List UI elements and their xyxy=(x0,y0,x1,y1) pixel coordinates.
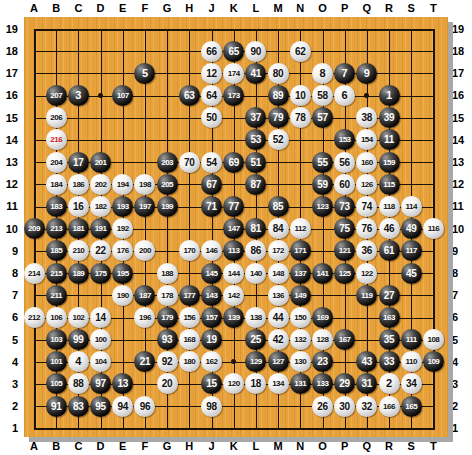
stone-M4: 127 xyxy=(268,351,289,372)
coord-label-F: F xyxy=(134,1,156,15)
stone-G3: 20 xyxy=(157,373,178,394)
stone-E3: 13 xyxy=(112,373,133,394)
stone-G13: 203 xyxy=(157,152,178,173)
stone-A6: 212 xyxy=(24,307,45,328)
stone-C11: 16 xyxy=(68,196,89,217)
stone-J16: 64 xyxy=(201,85,222,106)
stone-S3: 34 xyxy=(401,373,422,394)
coord-label-Q: Q xyxy=(356,439,378,453)
stone-K10: 147 xyxy=(223,218,244,239)
stone-P17: 7 xyxy=(334,63,355,84)
goban[interactable]: 1234567891011121314151617181920212223252… xyxy=(24,17,448,437)
stone-L10: 81 xyxy=(245,218,266,239)
stone-G6: 179 xyxy=(157,307,178,328)
stone-L14: 53 xyxy=(245,129,266,150)
stone-G11: 199 xyxy=(157,196,178,217)
stone-G7: 178 xyxy=(157,285,178,306)
stone-M15: 79 xyxy=(268,107,289,128)
stone-R3: 2 xyxy=(379,373,400,394)
coord-label-10: 10 xyxy=(450,218,472,240)
stone-C16: 3 xyxy=(68,85,89,106)
stone-N6: 150 xyxy=(290,307,311,328)
coord-label-13: 13 xyxy=(0,151,20,173)
coord-label-P: P xyxy=(334,1,356,15)
coord-label-T: T xyxy=(422,1,444,15)
coord-label-1: 1 xyxy=(450,417,472,439)
coord-label-P: P xyxy=(334,439,356,453)
coord-label-15: 15 xyxy=(450,107,472,129)
coord-label-4: 4 xyxy=(450,351,472,373)
stone-J8: 145 xyxy=(201,263,222,284)
stone-M11: 85 xyxy=(268,196,289,217)
stone-J7: 143 xyxy=(201,285,222,306)
stone-E16: 107 xyxy=(112,85,133,106)
stone-Q10: 76 xyxy=(356,218,377,239)
stone-M14: 52 xyxy=(268,129,289,150)
stone-O4: 23 xyxy=(312,351,333,372)
star-point-D16 xyxy=(98,93,103,98)
coord-label-D: D xyxy=(89,1,111,15)
stone-E12: 194 xyxy=(112,174,133,195)
stone-E2: 94 xyxy=(112,396,133,417)
stone-J9: 146 xyxy=(201,240,222,261)
stone-C5: 99 xyxy=(68,329,89,350)
stone-B4: 101 xyxy=(46,351,67,372)
stone-N9: 171 xyxy=(290,240,311,261)
stone-N4: 130 xyxy=(290,351,311,372)
stone-R14: 11 xyxy=(379,129,400,150)
stone-O3: 133 xyxy=(312,373,333,394)
stone-H6: 156 xyxy=(179,307,200,328)
stone-M16: 89 xyxy=(268,85,289,106)
stone-D10: 191 xyxy=(90,218,111,239)
stone-F12: 198 xyxy=(134,174,155,195)
coord-label-G: G xyxy=(156,1,178,15)
stone-B16: 207 xyxy=(46,85,67,106)
coord-label-M: M xyxy=(267,439,289,453)
stone-R13: 159 xyxy=(379,152,400,173)
stone-C8: 189 xyxy=(68,263,89,284)
stone-P12: 60 xyxy=(334,174,355,195)
stone-H5: 168 xyxy=(179,329,200,350)
coord-label-18: 18 xyxy=(0,40,20,62)
stone-K11: 77 xyxy=(223,196,244,217)
stone-P13: 56 xyxy=(334,152,355,173)
stone-B12: 184 xyxy=(46,174,67,195)
stone-P9: 121 xyxy=(334,240,355,261)
stone-A10: 209 xyxy=(24,218,45,239)
stone-J2: 98 xyxy=(201,396,222,417)
stone-B5: 103 xyxy=(46,329,67,350)
coord-label-13: 13 xyxy=(450,151,472,173)
stone-B10: 213 xyxy=(46,218,67,239)
coord-label-9: 9 xyxy=(0,240,20,262)
coord-label-Q: Q xyxy=(356,1,378,15)
coord-label-2: 2 xyxy=(0,395,20,417)
stone-F11: 197 xyxy=(134,196,155,217)
stone-R12: 115 xyxy=(379,174,400,195)
stone-L9: 86 xyxy=(245,240,266,261)
stone-M10: 84 xyxy=(268,218,289,239)
stone-K3: 120 xyxy=(223,373,244,394)
stone-R2: 166 xyxy=(379,396,400,417)
board-grid: 1234567891011121314151617181920212223252… xyxy=(23,18,445,440)
stone-L12: 87 xyxy=(245,174,266,195)
stone-B2: 91 xyxy=(46,396,67,417)
stone-O13: 55 xyxy=(312,152,333,173)
stone-O2: 26 xyxy=(312,396,333,417)
stone-Q7: 119 xyxy=(356,285,377,306)
stone-D4: 104 xyxy=(90,351,111,372)
stone-O8: 141 xyxy=(312,263,333,284)
row-labels-right: 19181716151413121110987654321 xyxy=(450,18,472,440)
star-point-K4 xyxy=(231,359,236,364)
stone-Q9: 36 xyxy=(356,240,377,261)
coord-label-8: 8 xyxy=(450,262,472,284)
stone-M7: 136 xyxy=(268,285,289,306)
coord-label-O: O xyxy=(311,439,333,453)
stone-P8: 125 xyxy=(334,263,355,284)
stone-P3: 29 xyxy=(334,373,355,394)
stone-M17: 80 xyxy=(268,63,289,84)
stone-J6: 157 xyxy=(201,307,222,328)
coord-label-S: S xyxy=(400,439,422,453)
stone-N16: 10 xyxy=(290,85,311,106)
stone-O12: 59 xyxy=(312,174,333,195)
stone-R11: 118 xyxy=(379,196,400,217)
stone-H16: 63 xyxy=(179,85,200,106)
stone-P2: 30 xyxy=(334,396,355,417)
column-labels-top: ABCDEFGHJKLMNOPQRST xyxy=(23,1,445,15)
stone-J12: 67 xyxy=(201,174,222,195)
stone-K8: 144 xyxy=(223,263,244,284)
coord-label-16: 16 xyxy=(450,84,472,106)
stone-T5: 108 xyxy=(423,329,444,350)
stone-R16: 1 xyxy=(379,85,400,106)
stone-P16: 6 xyxy=(334,85,355,106)
stone-C2: 83 xyxy=(68,396,89,417)
coord-label-17: 17 xyxy=(450,62,472,84)
stone-P10: 75 xyxy=(334,218,355,239)
coord-label-14: 14 xyxy=(450,129,472,151)
stone-K16: 173 xyxy=(223,85,244,106)
stone-C6: 102 xyxy=(68,307,89,328)
stone-O17: 8 xyxy=(312,63,333,84)
stone-M5: 42 xyxy=(268,329,289,350)
stone-D11: 182 xyxy=(90,196,111,217)
stone-R10: 46 xyxy=(379,218,400,239)
coord-label-N: N xyxy=(289,439,311,453)
coord-label-N: N xyxy=(289,1,311,15)
stone-Q3: 31 xyxy=(356,373,377,394)
stone-K6: 139 xyxy=(223,307,244,328)
coord-label-11: 11 xyxy=(0,195,20,217)
stone-G5: 93 xyxy=(157,329,178,350)
stone-F9: 200 xyxy=(134,240,155,261)
stone-C10: 181 xyxy=(68,218,89,239)
stone-N3: 131 xyxy=(290,373,311,394)
coord-label-3: 3 xyxy=(0,373,20,395)
coord-label-6: 6 xyxy=(0,306,20,328)
stone-S5: 111 xyxy=(401,329,422,350)
coord-label-12: 12 xyxy=(0,173,20,195)
coord-label-M: M xyxy=(267,1,289,15)
stone-J5: 19 xyxy=(201,329,222,350)
stone-L15: 37 xyxy=(245,107,266,128)
stone-B11: 183 xyxy=(46,196,67,217)
stone-K13: 69 xyxy=(223,152,244,173)
stone-B15: 206 xyxy=(46,107,67,128)
stone-P5: 167 xyxy=(334,329,355,350)
stone-M6: 44 xyxy=(268,307,289,328)
stone-J13: 54 xyxy=(201,152,222,173)
stone-Q11: 74 xyxy=(356,196,377,217)
stone-B13: 204 xyxy=(46,152,67,173)
coord-label-2: 2 xyxy=(450,395,472,417)
stone-T4: 109 xyxy=(423,351,444,372)
stone-Q12: 126 xyxy=(356,174,377,195)
stone-B7: 211 xyxy=(46,285,67,306)
stone-L3: 18 xyxy=(245,373,266,394)
stone-D8: 175 xyxy=(90,263,111,284)
stone-N10: 112 xyxy=(290,218,311,239)
stone-R9: 61 xyxy=(379,240,400,261)
coord-label-17: 17 xyxy=(0,62,20,84)
coord-label-E: E xyxy=(112,439,134,453)
stone-E10: 192 xyxy=(112,218,133,239)
stone-O16: 58 xyxy=(312,85,333,106)
stone-L8: 140 xyxy=(245,263,266,284)
stone-J11: 71 xyxy=(201,196,222,217)
coord-label-L: L xyxy=(245,1,267,15)
coord-label-D: D xyxy=(89,439,111,453)
stone-F2: 96 xyxy=(134,396,155,417)
coord-label-O: O xyxy=(311,1,333,15)
coord-label-12: 12 xyxy=(450,173,472,195)
stone-J18: 66 xyxy=(201,41,222,62)
stone-A8: 214 xyxy=(24,263,45,284)
coord-label-C: C xyxy=(67,1,89,15)
coord-label-7: 7 xyxy=(0,284,20,306)
stone-Q13: 160 xyxy=(356,152,377,173)
stone-L6: 138 xyxy=(245,307,266,328)
stone-S11: 114 xyxy=(401,196,422,217)
coord-label-R: R xyxy=(378,1,400,15)
stone-F17: 5 xyxy=(134,63,155,84)
stone-K18: 65 xyxy=(223,41,244,62)
stone-N7: 149 xyxy=(290,285,311,306)
stone-S10: 49 xyxy=(401,218,422,239)
stone-J4: 162 xyxy=(201,351,222,372)
coord-label-G: G xyxy=(156,439,178,453)
stone-Q8: 122 xyxy=(356,263,377,284)
stone-L18: 90 xyxy=(245,41,266,62)
stone-O11: 123 xyxy=(312,196,333,217)
stone-J3: 15 xyxy=(201,373,222,394)
stone-K7: 142 xyxy=(223,285,244,306)
coord-label-11: 11 xyxy=(450,195,472,217)
stone-L17: 41 xyxy=(245,63,266,84)
stone-B3: 105 xyxy=(46,373,67,394)
stone-N18: 62 xyxy=(290,41,311,62)
coord-label-6: 6 xyxy=(450,306,472,328)
stone-D2: 95 xyxy=(90,396,111,417)
coord-label-J: J xyxy=(200,1,222,15)
stone-P11: 73 xyxy=(334,196,355,217)
stone-E8: 195 xyxy=(112,263,133,284)
coord-label-19: 19 xyxy=(0,18,20,40)
coord-label-L: L xyxy=(245,439,267,453)
stone-Q4: 43 xyxy=(356,351,377,372)
coord-label-19: 19 xyxy=(450,18,472,40)
stone-F6: 196 xyxy=(134,307,155,328)
stone-G12: 205 xyxy=(157,174,178,195)
stone-R5: 35 xyxy=(379,329,400,350)
stone-R15: 39 xyxy=(379,107,400,128)
coord-label-5: 5 xyxy=(0,329,20,351)
coord-label-5: 5 xyxy=(450,329,472,351)
stone-B9: 185 xyxy=(46,240,67,261)
stone-B8: 215 xyxy=(46,263,67,284)
stone-D13: 201 xyxy=(90,152,111,173)
coord-label-10: 10 xyxy=(0,218,20,240)
stone-C4: 4 xyxy=(68,351,89,372)
stone-R7: 27 xyxy=(379,285,400,306)
stone-L4: 129 xyxy=(245,351,266,372)
coord-label-9: 9 xyxy=(450,240,472,262)
coord-label-K: K xyxy=(223,439,245,453)
stone-O15: 57 xyxy=(312,107,333,128)
stone-S8: 45 xyxy=(401,263,422,284)
stone-C12: 186 xyxy=(68,174,89,195)
coord-label-8: 8 xyxy=(0,262,20,284)
stone-Q2: 32 xyxy=(356,396,377,417)
stone-S4: 110 xyxy=(401,351,422,372)
stone-D9: 22 xyxy=(90,240,111,261)
stone-M9: 172 xyxy=(268,240,289,261)
stone-M3: 134 xyxy=(268,373,289,394)
stone-O6: 169 xyxy=(312,307,333,328)
stone-F4: 21 xyxy=(134,351,155,372)
stone-H7: 177 xyxy=(179,285,200,306)
stone-C3: 88 xyxy=(68,373,89,394)
coord-label-K: K xyxy=(223,1,245,15)
stone-E9: 176 xyxy=(112,240,133,261)
stone-H13: 70 xyxy=(179,152,200,173)
coord-label-1: 1 xyxy=(0,417,20,439)
coord-label-C: C xyxy=(67,439,89,453)
stone-M8: 148 xyxy=(268,263,289,284)
stone-O5: 128 xyxy=(312,329,333,350)
column-labels-bottom: ABCDEFGHJKLMNOPQRST xyxy=(23,439,445,453)
coord-label-18: 18 xyxy=(450,40,472,62)
stone-D3: 97 xyxy=(90,373,111,394)
stone-H9: 170 xyxy=(179,240,200,261)
coord-label-S: S xyxy=(400,1,422,15)
stone-C9: 210 xyxy=(68,240,89,261)
stone-P14: 153 xyxy=(334,129,355,150)
stone-E7: 190 xyxy=(112,285,133,306)
coord-label-4: 4 xyxy=(0,351,20,373)
stone-Q15: 38 xyxy=(356,107,377,128)
coord-label-E: E xyxy=(112,1,134,15)
stone-H4: 180 xyxy=(179,351,200,372)
coord-label-T: T xyxy=(422,439,444,453)
row-labels-left: 19181716151413121110987654321 xyxy=(0,18,20,440)
stone-D6: 14 xyxy=(90,307,111,328)
coord-label-J: J xyxy=(200,439,222,453)
stone-S9: 117 xyxy=(401,240,422,261)
stone-Q14: 154 xyxy=(356,129,377,150)
coord-label-3: 3 xyxy=(450,373,472,395)
coord-label-A: A xyxy=(23,439,45,453)
stone-F7: 187 xyxy=(134,285,155,306)
stone-S2: 165 xyxy=(401,396,422,417)
stone-J15: 50 xyxy=(201,107,222,128)
stone-K9: 113 xyxy=(223,240,244,261)
stone-K17: 174 xyxy=(223,63,244,84)
coord-label-A: A xyxy=(23,1,45,15)
stone-R6: 163 xyxy=(379,307,400,328)
coord-label-7: 7 xyxy=(450,284,472,306)
stone-T10: 116 xyxy=(423,218,444,239)
stone-G4: 92 xyxy=(157,351,178,372)
coord-label-B: B xyxy=(45,439,67,453)
stone-R4: 33 xyxy=(379,351,400,372)
stone-B14: 216 xyxy=(46,129,67,150)
coord-label-B: B xyxy=(45,1,67,15)
stone-N15: 78 xyxy=(290,107,311,128)
stone-L13: 51 xyxy=(245,152,266,173)
page-root: { "game": "go", "board": { "size": 19, "… xyxy=(0,0,472,455)
stone-D5: 100 xyxy=(90,329,111,350)
stone-B6: 106 xyxy=(46,307,67,328)
coord-label-F: F xyxy=(134,439,156,453)
stone-D12: 202 xyxy=(90,174,111,195)
coord-label-16: 16 xyxy=(0,84,20,106)
stone-J17: 12 xyxy=(201,63,222,84)
stone-G8: 188 xyxy=(157,263,178,284)
stone-L5: 25 xyxy=(245,329,266,350)
stone-Q17: 9 xyxy=(356,63,377,84)
stone-N8: 137 xyxy=(290,263,311,284)
coord-label-15: 15 xyxy=(0,107,20,129)
stone-N5: 132 xyxy=(290,329,311,350)
coord-label-H: H xyxy=(178,439,200,453)
star-point-Q16 xyxy=(364,93,369,98)
coord-label-H: H xyxy=(178,1,200,15)
coord-label-R: R xyxy=(378,439,400,453)
stone-C13: 17 xyxy=(68,152,89,173)
stone-E11: 193 xyxy=(112,196,133,217)
coord-label-14: 14 xyxy=(0,129,20,151)
